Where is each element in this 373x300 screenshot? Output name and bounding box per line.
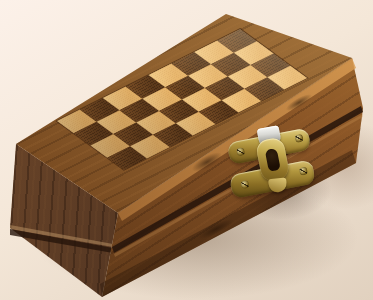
photo-background: [0, 0, 373, 300]
brass-latch: [219, 114, 330, 221]
